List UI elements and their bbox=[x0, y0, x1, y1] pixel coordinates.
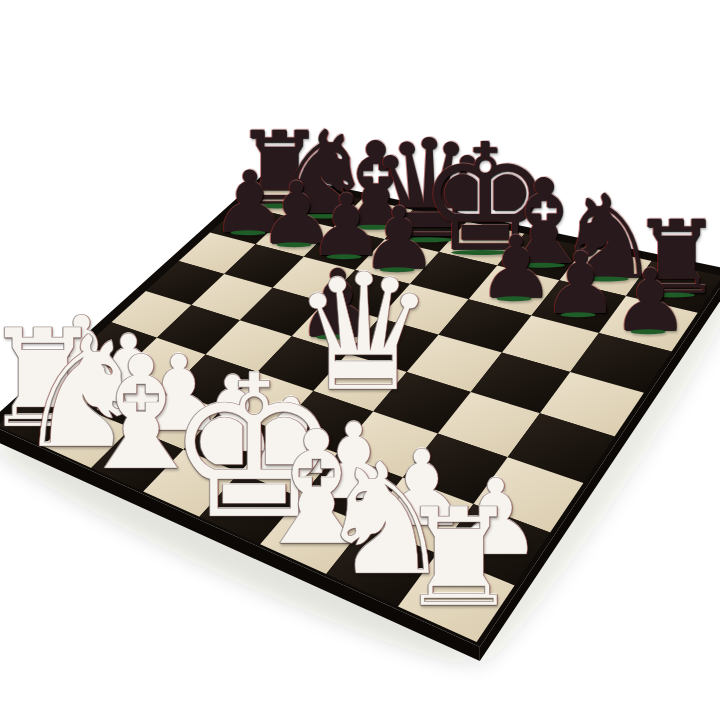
product-photo-stage: Overhead-angle photo of a painted splatt… bbox=[0, 0, 720, 720]
chess-board bbox=[0, 0, 720, 720]
